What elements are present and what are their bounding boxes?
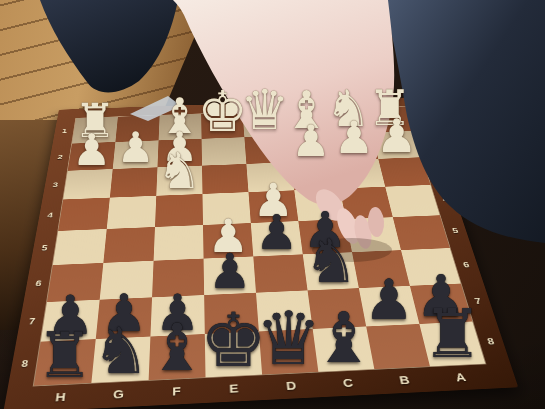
square-d5 <box>251 221 303 256</box>
square-f4 <box>155 194 203 227</box>
square-a1 <box>366 106 414 132</box>
square-c3 <box>291 160 340 190</box>
square-a4 <box>385 185 439 217</box>
file-label-g: G <box>89 380 149 409</box>
square-c1 <box>284 109 330 135</box>
chess-webcam-scene: 12345678 12345678 HGFEDCBA ♜♝♚♛♝♞♜♟♟♟♟♟♟… <box>0 0 545 409</box>
file-label-h: H <box>30 383 92 409</box>
chess-board: 12345678 12345678 HGFEDCBA <box>3 97 518 409</box>
square-c4 <box>294 189 345 221</box>
square-g1 <box>115 115 159 142</box>
square-h7 <box>41 299 100 341</box>
square-e5 <box>203 223 253 258</box>
square-f2 <box>157 139 202 167</box>
square-f1 <box>159 114 202 140</box>
square-b2 <box>329 132 378 160</box>
square-f3 <box>156 165 202 196</box>
square-b7 <box>359 286 420 327</box>
square-d7 <box>256 290 313 332</box>
square-g6 <box>100 261 154 300</box>
file-label-c: C <box>318 369 379 397</box>
square-a5 <box>393 215 450 250</box>
square-b4 <box>340 187 393 219</box>
square-g5 <box>103 227 155 263</box>
square-b6 <box>352 250 410 288</box>
square-a6 <box>401 248 461 286</box>
square-h8 <box>34 339 96 385</box>
square-d4 <box>248 190 298 223</box>
square-b3 <box>334 159 385 189</box>
square-f6 <box>152 258 204 297</box>
square-d2 <box>244 136 290 164</box>
square-h6 <box>47 263 103 302</box>
square-h5 <box>53 229 107 265</box>
square-a3 <box>378 157 430 187</box>
square-e7 <box>204 292 259 334</box>
square-a2 <box>372 131 422 159</box>
square-h1 <box>72 117 118 144</box>
square-d3 <box>246 162 294 192</box>
square-e3 <box>202 164 248 194</box>
square-g2 <box>113 140 159 169</box>
file-label-a: A <box>430 364 493 392</box>
square-e2 <box>202 137 247 165</box>
square-h2 <box>68 142 116 171</box>
square-c6 <box>303 252 359 290</box>
square-f8 <box>149 334 206 380</box>
board-squares <box>34 106 485 385</box>
file-label-d: D <box>262 372 322 400</box>
file-label-e: E <box>206 375 264 403</box>
square-g7 <box>96 297 152 339</box>
square-g4 <box>107 196 157 229</box>
square-b1 <box>325 108 372 134</box>
square-d1 <box>243 111 287 137</box>
file-label-f: F <box>148 377 206 406</box>
file-label-b: B <box>374 366 436 394</box>
square-d8 <box>259 329 318 374</box>
square-h3 <box>63 169 113 200</box>
square-c7 <box>308 288 367 329</box>
square-e8 <box>205 332 262 378</box>
square-f5 <box>154 225 204 261</box>
board-frame: 12345678 12345678 HGFEDCBA <box>3 97 518 409</box>
square-b5 <box>346 217 401 252</box>
square-c2 <box>287 134 334 162</box>
square-d6 <box>253 254 307 292</box>
square-g8 <box>91 337 150 383</box>
square-e4 <box>202 192 250 225</box>
square-h4 <box>58 198 110 231</box>
square-c5 <box>298 219 352 254</box>
square-f7 <box>150 295 204 337</box>
square-g3 <box>110 167 158 198</box>
square-e6 <box>204 256 256 294</box>
square-e1 <box>201 112 244 138</box>
square-c8 <box>313 327 375 372</box>
